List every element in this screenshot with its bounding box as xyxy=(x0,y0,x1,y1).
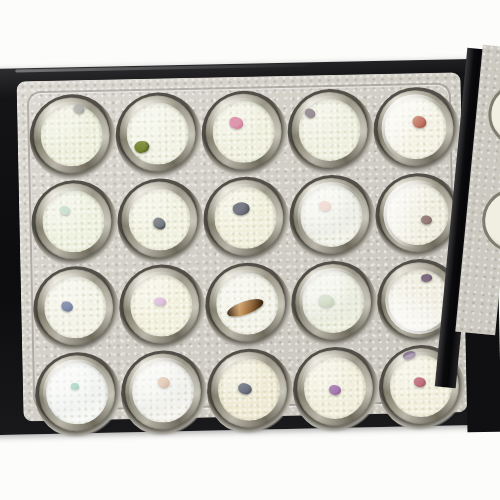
pot-well-r4c1 xyxy=(34,351,122,439)
specimen-pot-r2c2 xyxy=(121,181,199,259)
pot-well-r3c2 xyxy=(118,264,206,352)
specimen-pot-r4c3 xyxy=(210,351,288,429)
specimen-pale-aqua-chip xyxy=(60,206,70,215)
specimen-pot-r3c2 xyxy=(122,267,200,345)
pot-well-r3c3 xyxy=(204,262,292,350)
foam-pad xyxy=(217,358,280,421)
foam-pad xyxy=(212,100,275,163)
specimen-pot-r2c4 xyxy=(293,177,371,255)
specimen-pot-r1c2 xyxy=(119,95,197,173)
foam-pad xyxy=(303,356,366,419)
foam-pad xyxy=(384,97,447,160)
pot-well-r2c2 xyxy=(117,178,205,266)
specimen-blue-sodalite xyxy=(60,300,74,313)
pot-well-r4c3 xyxy=(206,348,294,436)
specimen-tiger-eye-bar xyxy=(225,295,265,320)
foam-pad xyxy=(214,186,277,249)
foam-pad xyxy=(298,98,361,161)
foam-pad xyxy=(45,362,108,425)
specimen-mauve-brown-chip xyxy=(421,215,432,224)
black-display-box xyxy=(0,59,482,435)
specimen-tray xyxy=(16,72,467,421)
specimen-pot-r3c1 xyxy=(36,269,114,347)
foam-pad xyxy=(131,360,194,423)
foam-pad xyxy=(302,270,365,333)
specimen-pale-pink-morganite xyxy=(319,201,331,211)
specimen-pink-tourmaline xyxy=(229,116,244,129)
specimen-pot-r3c4 xyxy=(294,263,372,341)
pot-well-r1c1 xyxy=(29,93,117,181)
specimen-pot-r4c2 xyxy=(124,353,202,431)
foam-pad xyxy=(40,104,103,167)
specimen-pot-r1c5 xyxy=(377,89,455,167)
pot-well-r2c4 xyxy=(289,174,377,262)
foam-pad xyxy=(44,276,107,339)
specimen-green-peridot xyxy=(133,139,151,155)
pot-well-r2c3 xyxy=(203,176,291,264)
pot-well-r4c2 xyxy=(120,350,208,438)
foam-pad xyxy=(216,272,279,335)
specimen-dark-blue-iolite xyxy=(232,201,251,217)
specimen-pot-r2c3 xyxy=(207,179,285,257)
foam-pad xyxy=(42,190,105,253)
specimen-lilac-kunzite xyxy=(154,297,166,305)
foam-pad xyxy=(300,184,363,247)
specimen-pot-r4c1 xyxy=(38,355,116,433)
specimen-pot-r1c1 xyxy=(33,97,111,175)
pot-well-r2c1 xyxy=(31,179,119,267)
foam-pad xyxy=(130,274,193,337)
specimen-pot-r1c3 xyxy=(205,93,283,171)
photo-of-gem-specimen-box xyxy=(0,0,500,500)
specimen-teal-emerald-chip xyxy=(71,383,79,390)
specimen-black-hematite xyxy=(151,216,167,231)
partial-pot xyxy=(485,80,500,150)
pot-well-r1c5 xyxy=(373,86,461,174)
specimen-tan-topaz xyxy=(158,377,170,388)
specimen-grey-mauve-chip xyxy=(304,107,317,119)
specimen-purple-amethyst xyxy=(329,385,341,395)
foam-pad xyxy=(126,102,189,165)
pot-grid xyxy=(29,86,457,405)
specimen-purple-chip xyxy=(402,349,417,361)
specimen-grey-chip xyxy=(73,104,85,115)
specimen-red-garnet xyxy=(414,377,426,387)
pot-well-r3c4 xyxy=(290,260,378,348)
pot-well-r1c2 xyxy=(115,92,203,180)
pot-well-r3c1 xyxy=(32,265,120,353)
specimen-pot-r4c4 xyxy=(296,349,374,427)
pot-well-r1c4 xyxy=(287,88,375,176)
pot-well-r4c4 xyxy=(292,346,380,434)
specimen-pot-r2c5 xyxy=(379,175,457,253)
pot-well-r1c3 xyxy=(201,90,289,178)
specimen-orange-carnelian xyxy=(412,116,426,128)
specimen-pot-r3c3 xyxy=(208,265,286,343)
specimen-blue-grey-spinel xyxy=(237,382,253,395)
box-gloss-highlight xyxy=(16,63,309,72)
partial-pot xyxy=(479,186,500,256)
specimen-pale-green-fluorite xyxy=(318,294,334,307)
specimen-purple-chip xyxy=(421,273,433,283)
specimen-pot-r2c1 xyxy=(35,183,113,261)
specimen-pot-r1c4 xyxy=(291,91,369,169)
foam-pad xyxy=(386,183,449,246)
foam-pad xyxy=(128,188,191,251)
